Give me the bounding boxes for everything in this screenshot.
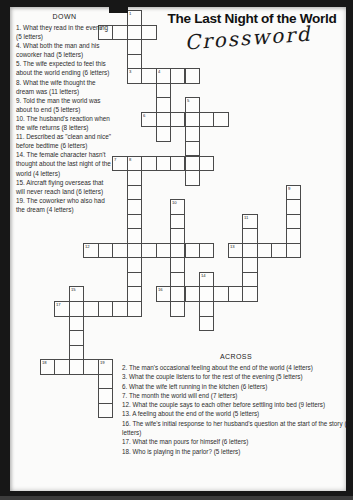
scan-edge-strip (0, 496, 353, 500)
clue-item-16: 16. The wife's initial response to her h… (122, 419, 350, 438)
grid-cell-r16c3[interactable]: 12 (83, 243, 98, 259)
across-clues-section: ACROSS 2. The man's occasional feeling a… (122, 353, 350, 456)
grid-cell-r10c7[interactable] (141, 156, 156, 172)
grid-cell-r11c6[interactable] (127, 170, 142, 186)
grid-cell-r10c8[interactable] (156, 156, 171, 172)
grid-cell-r18c9[interactable] (170, 272, 185, 288)
grid-cell-r6c8[interactable] (156, 97, 171, 113)
grid-cell-r18c11[interactable]: 14 (199, 272, 214, 288)
down-clues-list: 1. What they read in the evening (5 lett… (16, 23, 113, 214)
grid-cell-r21c2[interactable] (69, 316, 84, 332)
grid-cell-r20c1[interactable]: 17 (54, 301, 69, 317)
cell-number-19: 19 (100, 360, 105, 364)
grid-cell-r19c11[interactable] (199, 286, 214, 302)
cell-number-9: 9 (288, 186, 290, 190)
across-clues-heading: ACROSS (122, 353, 350, 361)
cell-number-7: 7 (114, 157, 116, 161)
grid-cell-r19c2[interactable]: 15 (69, 286, 84, 302)
puzzle-title: The Last Night of the World (156, 11, 348, 26)
grid-cell-r0c6[interactable]: 1 (127, 10, 142, 26)
grid-cell-r2c6[interactable] (127, 39, 142, 55)
cell-number-14: 14 (201, 273, 206, 277)
cell-number-6: 6 (143, 113, 145, 117)
grid-cell-r16c15[interactable] (257, 243, 272, 259)
grid-cell-r21c11[interactable] (199, 316, 214, 332)
grid-cell-r17c6[interactable] (127, 257, 142, 273)
grid-cell-r16c13[interactable]: 13 (228, 243, 243, 259)
grid-cell-r19c9[interactable] (170, 286, 185, 302)
grid-cell-r7c10[interactable] (185, 112, 200, 128)
grid-cell-r6c10[interactable]: 5 (185, 97, 200, 113)
clue-item-2: 2. The man's occasional feeling about th… (122, 363, 350, 372)
grid-cell-r3c6[interactable] (127, 54, 142, 70)
grid-cell-r4c10[interactable] (185, 68, 200, 84)
grid-cell-r5c8[interactable] (156, 83, 171, 99)
grid-cell-r20c4[interactable] (98, 301, 113, 317)
grid-cell-r10c10[interactable] (185, 156, 200, 172)
grid-cell-r18c14[interactable] (242, 272, 257, 288)
grid-cell-r13c17[interactable] (286, 199, 301, 215)
grid-cell-r24c2[interactable] (69, 359, 84, 375)
grid-cell-r7c11[interactable] (199, 112, 214, 128)
cell-number-16: 16 (158, 287, 163, 291)
clue-item-9: 9. Told the man the world was about to e… (16, 96, 113, 114)
clue-item-14: 14. The female character hasn't thought … (16, 150, 113, 177)
clue-item-7: 7. The month the world will end (7 lette… (122, 391, 350, 400)
grid-cell-r20c6[interactable] (127, 301, 142, 317)
grid-cell-r12c6[interactable] (127, 185, 142, 201)
cell-number-3: 3 (129, 69, 131, 73)
grid-cell-r22c2[interactable] (69, 330, 84, 346)
clue-item-5: 5. The wife expected to feel this about … (16, 59, 113, 77)
grid-cell-r24c4[interactable]: 19 (98, 359, 113, 375)
border-left (0, 0, 10, 500)
grid-cell-r18c6[interactable] (127, 272, 142, 288)
grid-cell-r15c17[interactable] (286, 228, 301, 244)
grid-cell-r16c17[interactable] (286, 243, 301, 259)
grid-cell-r16c11[interactable] (199, 243, 214, 259)
across-clues-list: 2. The man's occasional feeling about th… (122, 363, 350, 456)
grid-cell-r19c13[interactable] (228, 286, 243, 302)
grid-cell-r4c9[interactable] (170, 68, 185, 84)
cell-number-18: 18 (42, 360, 47, 364)
grid-cell-r24c1[interactable] (54, 359, 69, 375)
grid-cell-r14c9[interactable] (170, 214, 185, 230)
grid-cell-r20c2[interactable] (69, 301, 84, 317)
grid-cell-r1c7[interactable] (141, 25, 156, 41)
grid-cell-r15c6[interactable] (127, 228, 142, 244)
clue-item-6: 6. What the wife left running in the kit… (122, 382, 350, 391)
grid-cell-r19c10[interactable] (185, 286, 200, 302)
scanned-puzzle-page: 12345678910111213141516171819 The Last N… (0, 0, 353, 500)
cell-number-1: 1 (129, 11, 131, 15)
down-clues-heading: DOWN (16, 13, 113, 21)
clue-item-1: 1. What they read in the evening (5 lett… (16, 23, 113, 41)
cell-number-8: 8 (129, 157, 131, 161)
grid-cell-r7c9[interactable] (170, 112, 185, 128)
grid-cell-r13c6[interactable] (127, 199, 142, 215)
border-top (0, 0, 353, 7)
grid-cell-r20c11[interactable] (199, 301, 214, 317)
grid-cell-r10c9[interactable] (170, 156, 185, 172)
clue-item-13: 13. A feeling about the end of the world… (122, 409, 350, 418)
grid-cell-r17c14[interactable] (242, 257, 257, 273)
cell-number-11: 11 (244, 215, 248, 219)
grid-cell-r16c10[interactable] (185, 243, 200, 259)
grid-cell-r8c10[interactable] (185, 126, 200, 142)
grid-cell-r7c7[interactable]: 6 (141, 112, 156, 128)
clue-item-18: 18. Who is playing in the parlor? (5 let… (122, 447, 350, 456)
cell-number-5: 5 (187, 98, 189, 102)
grid-cell-r24c0[interactable]: 18 (40, 359, 55, 375)
grid-cell-r16c16[interactable] (271, 243, 286, 259)
grid-cell-r4c7[interactable] (141, 68, 156, 84)
grid-cell-r14c14[interactable]: 11 (242, 214, 257, 230)
clue-item-15: 15. Aircraft flying overseas that will n… (16, 178, 113, 196)
grid-cell-r17c9[interactable] (170, 257, 185, 273)
grid-cell-r14c6[interactable] (127, 214, 142, 230)
clue-item-8: 8. What the wife thought the dream was (… (16, 78, 113, 96)
grid-cell-r7c8[interactable] (156, 112, 171, 128)
cell-number-12: 12 (85, 244, 90, 248)
grid-cell-r4c6[interactable]: 3 (127, 68, 142, 84)
grid-cell-r8c8[interactable] (156, 126, 171, 142)
grid-cell-r27c4[interactable] (98, 403, 113, 419)
grid-cell-r16c4[interactable] (98, 243, 113, 259)
grid-cell-r1c5[interactable] (112, 25, 127, 41)
grid-cell-r20c9[interactable] (170, 301, 185, 317)
grid-cell-r19c12[interactable] (213, 286, 228, 302)
border-notch (109, 7, 128, 13)
clue-item-11: 11. Described as "clean and nice" before… (16, 132, 113, 150)
grid-cell-r9c10[interactable] (185, 141, 200, 157)
clue-item-19: 19. The coworker who also had the dream … (16, 196, 113, 214)
grid-cell-r26c4[interactable] (98, 388, 113, 404)
cell-number-10: 10 (172, 200, 177, 204)
clue-item-4: 4. What both the man and his coworker ha… (16, 41, 113, 59)
grid-cell-r1c6[interactable] (127, 25, 142, 41)
clue-item-17: 17. What the man pours for himself (6 le… (122, 437, 350, 446)
grid-cell-r19c14[interactable] (242, 286, 257, 302)
grid-cell-r15c9[interactable] (170, 228, 185, 244)
cell-number-15: 15 (71, 287, 76, 291)
grid-cell-r23c2[interactable] (69, 345, 84, 361)
grid-cell-r13c9[interactable]: 10 (170, 199, 185, 215)
border-right (346, 0, 353, 500)
grid-cell-r16c5[interactable] (112, 243, 127, 259)
grid-cell-r10c11[interactable] (199, 156, 214, 172)
clue-item-12: 12. What the couple says to each other b… (122, 400, 350, 409)
grid-cell-r14c17[interactable] (286, 214, 301, 230)
grid-cell-r19c6[interactable] (127, 286, 142, 302)
grid-cell-r16c8[interactable] (156, 243, 171, 259)
cell-number-4: 4 (158, 69, 160, 73)
grid-cell-r19c8[interactable]: 16 (156, 286, 171, 302)
grid-cell-r20c3[interactable] (83, 301, 98, 317)
grid-cell-r20c5[interactable] (112, 301, 127, 317)
grid-cell-r10c6[interactable]: 8 (127, 156, 142, 172)
grid-cell-r25c4[interactable] (98, 374, 113, 390)
grid-cell-r16c6[interactable] (127, 243, 142, 259)
grid-cell-r11c10[interactable] (185, 170, 200, 186)
grid-cell-r16c9[interactable] (170, 243, 185, 259)
grid-cell-r16c7[interactable] (141, 243, 156, 259)
grid-cell-r24c3[interactable] (83, 359, 98, 375)
cell-number-17: 17 (56, 302, 61, 306)
down-clues-section: DOWN 1. What they read in the evening (5… (16, 13, 113, 214)
grid-cell-r15c14[interactable] (242, 228, 257, 244)
cell-number-13: 13 (230, 244, 235, 248)
clue-item-3: 3. What the couple listens to for the re… (122, 372, 350, 381)
grid-cell-r4c8[interactable]: 4 (156, 68, 171, 84)
grid-cell-r16c14[interactable] (242, 243, 257, 259)
clue-item-10: 10. The husband's reaction when the wife… (16, 114, 113, 132)
grid-cell-r10c5[interactable]: 7 (112, 156, 127, 172)
grid-cell-r7c12[interactable] (213, 112, 228, 128)
grid-cell-r12c17[interactable]: 9 (286, 185, 301, 201)
